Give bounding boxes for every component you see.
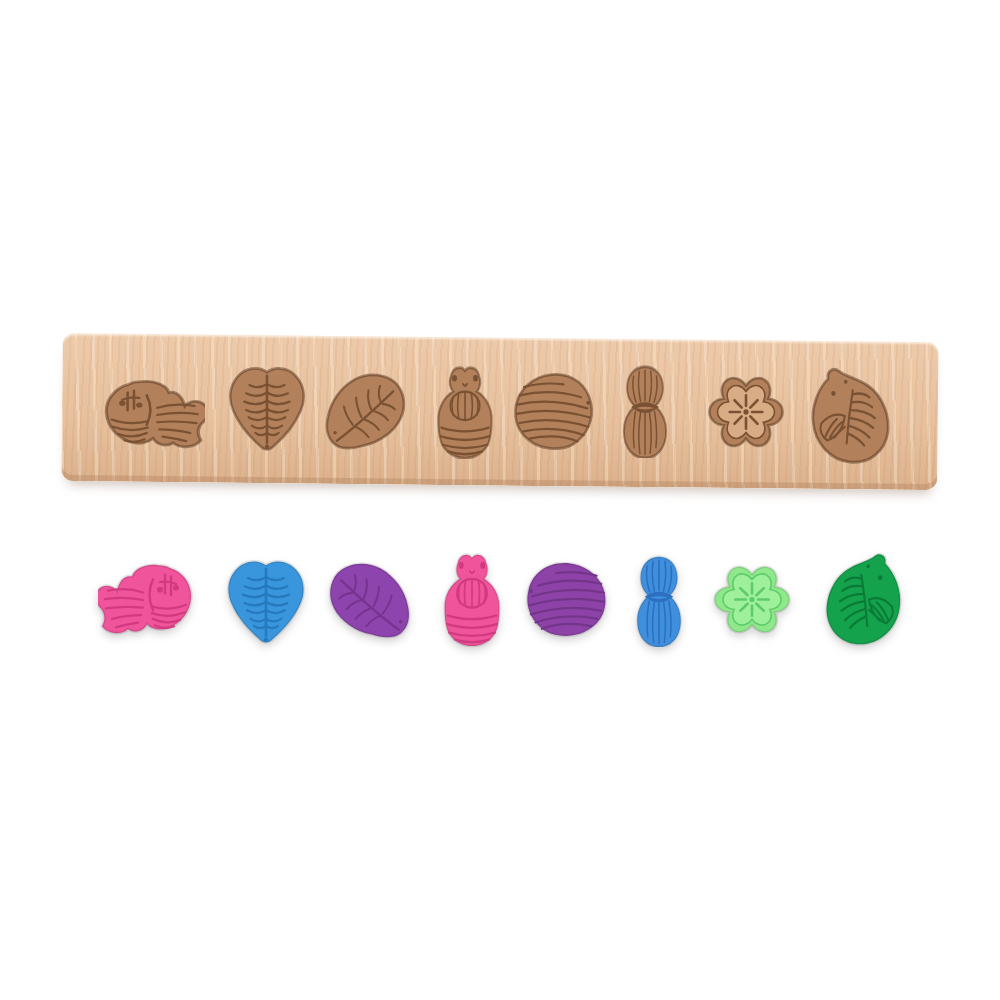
piece-bird xyxy=(820,552,906,647)
piece-heart-leaf xyxy=(223,556,309,648)
cavity-bird xyxy=(807,367,895,465)
piece-peanut xyxy=(626,552,692,647)
product-photo-stage xyxy=(0,0,1000,1000)
piece-bee xyxy=(436,551,508,647)
shell-icon xyxy=(522,555,612,645)
goldfish-icon xyxy=(98,553,198,647)
goldfish-icon xyxy=(99,370,205,460)
cavity-peanut xyxy=(613,362,677,458)
cavity-heart-leaf xyxy=(225,363,309,455)
piece-tilted-leaf xyxy=(325,556,415,646)
bee-icon xyxy=(430,364,500,459)
bird-icon xyxy=(807,367,895,465)
shell-icon xyxy=(509,366,597,458)
bird-icon xyxy=(820,552,906,647)
piece-flower xyxy=(708,557,796,642)
heart-leaf-icon xyxy=(223,556,309,648)
piece-shell xyxy=(522,555,612,645)
bee-icon xyxy=(436,551,508,647)
tilted-leaf-icon xyxy=(325,556,415,646)
cavity-tilted-leaf xyxy=(321,367,409,457)
cavity-goldfish xyxy=(99,370,205,460)
cavity-flower xyxy=(703,368,789,456)
flower-icon xyxy=(703,368,789,456)
heart-leaf-icon xyxy=(225,363,309,455)
tilted-leaf-icon xyxy=(321,367,409,457)
piece-goldfish xyxy=(98,553,198,647)
cavity-bee xyxy=(430,364,500,459)
peanut-icon xyxy=(626,552,692,647)
flower-icon xyxy=(708,557,796,642)
cavity-shell xyxy=(509,366,597,458)
peanut-icon xyxy=(613,362,677,458)
